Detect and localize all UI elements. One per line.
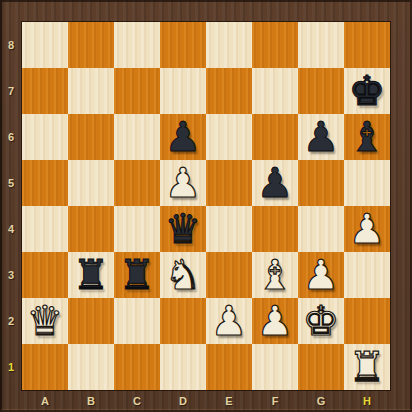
square-g3[interactable]: ♟ <box>298 252 344 298</box>
square-f5[interactable]: ♟ <box>252 160 298 206</box>
piece-white-pawn[interactable]: ♟ <box>206 298 252 344</box>
square-d5[interactable]: ♟ <box>160 160 206 206</box>
square-c7[interactable] <box>114 68 160 114</box>
square-f8[interactable] <box>252 22 298 68</box>
square-b8[interactable] <box>68 22 114 68</box>
square-g4[interactable] <box>298 206 344 252</box>
piece-black-pawn[interactable]: ♟ <box>160 114 206 160</box>
piece-black-rook[interactable]: ♜ <box>68 252 114 298</box>
file-label-g: G <box>298 390 344 412</box>
square-f7[interactable] <box>252 68 298 114</box>
piece-white-king[interactable]: ♚ <box>298 298 344 344</box>
file-label-e: E <box>206 390 252 412</box>
square-a1[interactable] <box>22 344 68 390</box>
piece-white-queen[interactable]: ♛ <box>22 298 68 344</box>
chess-board[interactable]: ♚♟♟♝♟♟♛♟♜♜♞♝♟♛♟♟♚♜ <box>22 22 390 390</box>
square-b6[interactable] <box>68 114 114 160</box>
square-d2[interactable] <box>160 298 206 344</box>
square-g8[interactable] <box>298 22 344 68</box>
square-a6[interactable] <box>22 114 68 160</box>
square-f1[interactable] <box>252 344 298 390</box>
square-a2[interactable]: ♛ <box>22 298 68 344</box>
square-h1[interactable]: ♜ <box>344 344 390 390</box>
piece-white-rook[interactable]: ♜ <box>344 344 390 390</box>
square-g6[interactable]: ♟ <box>298 114 344 160</box>
square-a4[interactable] <box>22 206 68 252</box>
square-c3[interactable]: ♜ <box>114 252 160 298</box>
chess-board-frame: 87654321 ABCDEFGH ♚♟♟♝♟♟♛♟♜♜♞♝♟♛♟♟♚♜ <box>0 0 412 412</box>
square-e6[interactable] <box>206 114 252 160</box>
piece-white-knight[interactable]: ♞ <box>160 252 206 298</box>
square-c4[interactable] <box>114 206 160 252</box>
square-d6[interactable]: ♟ <box>160 114 206 160</box>
square-h8[interactable] <box>344 22 390 68</box>
rank-label-4: 4 <box>0 206 22 252</box>
square-f4[interactable] <box>252 206 298 252</box>
piece-black-rook[interactable]: ♜ <box>114 252 160 298</box>
piece-white-pawn[interactable]: ♟ <box>298 252 344 298</box>
square-d1[interactable] <box>160 344 206 390</box>
file-label-f: F <box>252 390 298 412</box>
square-a3[interactable] <box>22 252 68 298</box>
piece-white-pawn[interactable]: ♟ <box>252 298 298 344</box>
square-b3[interactable]: ♜ <box>68 252 114 298</box>
piece-white-pawn[interactable]: ♟ <box>344 206 390 252</box>
square-g7[interactable] <box>298 68 344 114</box>
rank-label-6: 6 <box>0 114 22 160</box>
square-h3[interactable] <box>344 252 390 298</box>
file-label-b: B <box>68 390 114 412</box>
piece-black-pawn[interactable]: ♟ <box>298 114 344 160</box>
square-b7[interactable] <box>68 68 114 114</box>
square-b2[interactable] <box>68 298 114 344</box>
square-e8[interactable] <box>206 22 252 68</box>
piece-black-king[interactable]: ♚ <box>344 68 390 114</box>
rank-label-1: 1 <box>0 344 22 390</box>
piece-white-pawn[interactable]: ♟ <box>160 160 206 206</box>
square-e2[interactable]: ♟ <box>206 298 252 344</box>
square-f2[interactable]: ♟ <box>252 298 298 344</box>
square-g5[interactable] <box>298 160 344 206</box>
square-d4[interactable]: ♛ <box>160 206 206 252</box>
rank-label-2: 2 <box>0 298 22 344</box>
piece-black-queen[interactable]: ♛ <box>160 206 206 252</box>
square-h7[interactable]: ♚ <box>344 68 390 114</box>
square-e1[interactable] <box>206 344 252 390</box>
square-e3[interactable] <box>206 252 252 298</box>
file-label-h: H <box>344 390 390 412</box>
square-b4[interactable] <box>68 206 114 252</box>
square-c5[interactable] <box>114 160 160 206</box>
square-e5[interactable] <box>206 160 252 206</box>
rank-label-3: 3 <box>0 252 22 298</box>
file-label-d: D <box>160 390 206 412</box>
square-g1[interactable] <box>298 344 344 390</box>
square-e4[interactable] <box>206 206 252 252</box>
piece-white-bishop[interactable]: ♝ <box>252 252 298 298</box>
square-b1[interactable] <box>68 344 114 390</box>
square-h6[interactable]: ♝ <box>344 114 390 160</box>
square-d8[interactable] <box>160 22 206 68</box>
square-d3[interactable]: ♞ <box>160 252 206 298</box>
square-c8[interactable] <box>114 22 160 68</box>
square-c2[interactable] <box>114 298 160 344</box>
square-e7[interactable] <box>206 68 252 114</box>
square-a8[interactable] <box>22 22 68 68</box>
file-label-a: A <box>22 390 68 412</box>
rank-labels: 87654321 <box>0 22 22 390</box>
square-h2[interactable] <box>344 298 390 344</box>
square-f3[interactable]: ♝ <box>252 252 298 298</box>
piece-black-pawn[interactable]: ♟ <box>252 160 298 206</box>
file-labels: ABCDEFGH <box>22 390 390 412</box>
rank-label-5: 5 <box>0 160 22 206</box>
file-label-c: C <box>114 390 160 412</box>
rank-label-8: 8 <box>0 22 22 68</box>
square-h4[interactable]: ♟ <box>344 206 390 252</box>
square-h5[interactable] <box>344 160 390 206</box>
square-d7[interactable] <box>160 68 206 114</box>
square-c1[interactable] <box>114 344 160 390</box>
square-g2[interactable]: ♚ <box>298 298 344 344</box>
square-b5[interactable] <box>68 160 114 206</box>
rank-label-7: 7 <box>0 68 22 114</box>
square-c6[interactable] <box>114 114 160 160</box>
square-f6[interactable] <box>252 114 298 160</box>
square-a5[interactable] <box>22 160 68 206</box>
piece-black-bishop[interactable]: ♝ <box>344 114 390 160</box>
square-a7[interactable] <box>22 68 68 114</box>
